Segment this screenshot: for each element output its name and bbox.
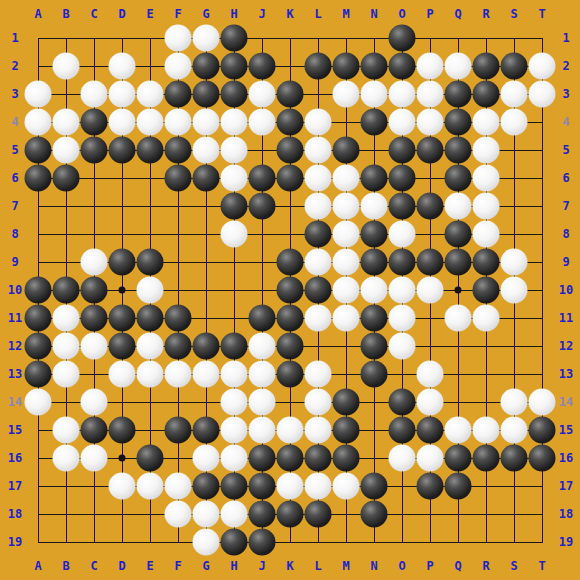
stone-black-M15[interactable] bbox=[333, 417, 360, 444]
stone-white-T14[interactable] bbox=[529, 389, 556, 416]
column-label-top-E: E bbox=[146, 8, 153, 20]
stone-black-L8[interactable] bbox=[305, 221, 332, 248]
stone-white-A4[interactable] bbox=[25, 109, 52, 136]
stone-black-F12[interactable] bbox=[165, 333, 192, 360]
row-label-left-16: 16 bbox=[8, 452, 22, 464]
stone-white-S4[interactable] bbox=[501, 109, 528, 136]
stone-white-E10[interactable] bbox=[137, 277, 164, 304]
stone-white-M8[interactable] bbox=[333, 221, 360, 248]
stone-white-J4[interactable] bbox=[249, 109, 276, 136]
stone-white-R6[interactable] bbox=[473, 165, 500, 192]
row-label-right-14: 14 bbox=[559, 396, 573, 408]
stone-white-B2[interactable] bbox=[53, 53, 80, 80]
stone-white-B5[interactable] bbox=[53, 137, 80, 164]
stone-white-E12[interactable] bbox=[137, 333, 164, 360]
row-label-left-18: 18 bbox=[8, 508, 22, 520]
stone-black-A13[interactable] bbox=[25, 361, 52, 388]
stone-white-P10[interactable] bbox=[417, 277, 444, 304]
stone-black-E9[interactable] bbox=[137, 249, 164, 276]
stone-white-L17[interactable] bbox=[305, 473, 332, 500]
row-label-left-19: 19 bbox=[8, 536, 22, 548]
stone-black-N11[interactable] bbox=[361, 305, 388, 332]
row-label-right-2: 2 bbox=[562, 60, 569, 72]
row-label-right-10: 10 bbox=[559, 284, 573, 296]
stone-black-P15[interactable] bbox=[417, 417, 444, 444]
column-label-bottom-L: L bbox=[314, 560, 321, 572]
stone-black-R3[interactable] bbox=[473, 81, 500, 108]
stone-white-L5[interactable] bbox=[305, 137, 332, 164]
stone-black-G17[interactable] bbox=[193, 473, 220, 500]
stone-black-Q17[interactable] bbox=[445, 473, 472, 500]
stone-black-G2[interactable] bbox=[193, 53, 220, 80]
row-label-left-17: 17 bbox=[8, 480, 22, 492]
stone-black-O14[interactable] bbox=[389, 389, 416, 416]
stone-black-B10[interactable] bbox=[53, 277, 80, 304]
stone-white-C12[interactable] bbox=[81, 333, 108, 360]
stone-white-D2[interactable] bbox=[109, 53, 136, 80]
stone-black-K9[interactable] bbox=[277, 249, 304, 276]
stone-black-P17[interactable] bbox=[417, 473, 444, 500]
row-label-right-9: 9 bbox=[562, 256, 569, 268]
stone-white-P3[interactable] bbox=[417, 81, 444, 108]
stone-white-J15[interactable] bbox=[249, 417, 276, 444]
stone-black-N2[interactable] bbox=[361, 53, 388, 80]
stone-black-K11[interactable] bbox=[277, 305, 304, 332]
stone-black-H12[interactable] bbox=[221, 333, 248, 360]
stone-white-L4[interactable] bbox=[305, 109, 332, 136]
stone-black-N13[interactable] bbox=[361, 361, 388, 388]
row-label-left-9: 9 bbox=[11, 256, 18, 268]
stone-black-J17[interactable] bbox=[249, 473, 276, 500]
stone-white-H16[interactable] bbox=[221, 445, 248, 472]
stone-black-J16[interactable] bbox=[249, 445, 276, 472]
grid-line-horizontal bbox=[38, 402, 543, 403]
stone-black-M16[interactable] bbox=[333, 445, 360, 472]
column-label-top-M: M bbox=[342, 8, 349, 20]
stone-white-B12[interactable] bbox=[53, 333, 80, 360]
stone-black-M2[interactable] bbox=[333, 53, 360, 80]
stone-black-T16[interactable] bbox=[529, 445, 556, 472]
stone-black-A6[interactable] bbox=[25, 165, 52, 192]
stone-black-H7[interactable] bbox=[221, 193, 248, 220]
stone-black-L18[interactable] bbox=[305, 501, 332, 528]
row-label-right-7: 7 bbox=[562, 200, 569, 212]
stone-black-K6[interactable] bbox=[277, 165, 304, 192]
stone-black-O1[interactable] bbox=[389, 25, 416, 52]
column-label-top-H: H bbox=[230, 8, 237, 20]
column-label-top-K: K bbox=[286, 8, 293, 20]
stone-black-J6[interactable] bbox=[249, 165, 276, 192]
row-label-left-2: 2 bbox=[11, 60, 18, 72]
stone-black-A5[interactable] bbox=[25, 137, 52, 164]
stone-white-A3[interactable] bbox=[25, 81, 52, 108]
stone-white-G16[interactable] bbox=[193, 445, 220, 472]
stone-white-G4[interactable] bbox=[193, 109, 220, 136]
stone-black-A10[interactable] bbox=[25, 277, 52, 304]
stone-black-N12[interactable] bbox=[361, 333, 388, 360]
stone-black-Q16[interactable] bbox=[445, 445, 472, 472]
stone-white-Q11[interactable] bbox=[445, 305, 472, 332]
row-label-right-8: 8 bbox=[562, 228, 569, 240]
stone-black-C10[interactable] bbox=[81, 277, 108, 304]
column-label-bottom-Q: Q bbox=[454, 560, 461, 572]
row-label-left-10: 10 bbox=[8, 284, 22, 296]
stone-black-K5[interactable] bbox=[277, 137, 304, 164]
row-label-left-8: 8 bbox=[11, 228, 18, 240]
stone-white-F4[interactable] bbox=[165, 109, 192, 136]
stone-white-E13[interactable] bbox=[137, 361, 164, 388]
column-label-bottom-A: A bbox=[34, 560, 41, 572]
stone-white-N10[interactable] bbox=[361, 277, 388, 304]
row-label-right-3: 3 bbox=[562, 88, 569, 100]
stone-black-A12[interactable] bbox=[25, 333, 52, 360]
stone-black-H17[interactable] bbox=[221, 473, 248, 500]
row-label-left-11: 11 bbox=[8, 312, 22, 324]
column-label-top-N: N bbox=[370, 8, 377, 20]
column-label-bottom-F: F bbox=[174, 560, 181, 572]
column-label-bottom-S: S bbox=[510, 560, 517, 572]
row-label-left-7: 7 bbox=[11, 200, 18, 212]
stone-black-P9[interactable] bbox=[417, 249, 444, 276]
row-label-right-12: 12 bbox=[559, 340, 573, 352]
stone-white-F18[interactable] bbox=[165, 501, 192, 528]
row-label-left-13: 13 bbox=[8, 368, 22, 380]
row-label-left-6: 6 bbox=[11, 172, 18, 184]
stone-white-B16[interactable] bbox=[53, 445, 80, 472]
stone-black-K16[interactable] bbox=[277, 445, 304, 472]
stone-black-R2[interactable] bbox=[473, 53, 500, 80]
stone-white-T3[interactable] bbox=[529, 81, 556, 108]
row-label-right-5: 5 bbox=[562, 144, 569, 156]
stone-white-F2[interactable] bbox=[165, 53, 192, 80]
stone-white-O12[interactable] bbox=[389, 333, 416, 360]
column-label-bottom-T: T bbox=[538, 560, 545, 572]
stone-white-K17[interactable] bbox=[277, 473, 304, 500]
stone-black-G3[interactable] bbox=[193, 81, 220, 108]
column-label-bottom-R: R bbox=[482, 560, 489, 572]
stone-black-M5[interactable] bbox=[333, 137, 360, 164]
stone-black-N4[interactable] bbox=[361, 109, 388, 136]
row-label-left-5: 5 bbox=[11, 144, 18, 156]
stone-black-O7[interactable] bbox=[389, 193, 416, 220]
stone-white-M7[interactable] bbox=[333, 193, 360, 220]
stone-white-P14[interactable] bbox=[417, 389, 444, 416]
stone-white-N3[interactable] bbox=[361, 81, 388, 108]
stone-black-G12[interactable] bbox=[193, 333, 220, 360]
column-label-top-J: J bbox=[258, 8, 265, 20]
stone-white-R5[interactable] bbox=[473, 137, 500, 164]
stone-black-S16[interactable] bbox=[501, 445, 528, 472]
stone-white-J3[interactable] bbox=[249, 81, 276, 108]
row-label-right-16: 16 bbox=[559, 452, 573, 464]
stone-white-G1[interactable] bbox=[193, 25, 220, 52]
stone-white-P2[interactable] bbox=[417, 53, 444, 80]
stone-black-N8[interactable] bbox=[361, 221, 388, 248]
stone-white-B15[interactable] bbox=[53, 417, 80, 444]
stone-black-Q4[interactable] bbox=[445, 109, 472, 136]
stone-white-D17[interactable] bbox=[109, 473, 136, 500]
stone-white-O16[interactable] bbox=[389, 445, 416, 472]
stone-white-E17[interactable] bbox=[137, 473, 164, 500]
stone-white-H4[interactable] bbox=[221, 109, 248, 136]
stone-white-R11[interactable] bbox=[473, 305, 500, 332]
row-label-left-4: 4 bbox=[11, 116, 18, 128]
stone-black-K4[interactable] bbox=[277, 109, 304, 136]
stone-black-D5[interactable] bbox=[109, 137, 136, 164]
stone-white-N7[interactable] bbox=[361, 193, 388, 220]
stone-black-K10[interactable] bbox=[277, 277, 304, 304]
stone-black-R9[interactable] bbox=[473, 249, 500, 276]
stone-black-N18[interactable] bbox=[361, 501, 388, 528]
stone-white-Q7[interactable] bbox=[445, 193, 472, 220]
stone-black-J2[interactable] bbox=[249, 53, 276, 80]
stone-black-O15[interactable] bbox=[389, 417, 416, 444]
stone-white-M11[interactable] bbox=[333, 305, 360, 332]
stone-black-F5[interactable] bbox=[165, 137, 192, 164]
stone-black-H3[interactable] bbox=[221, 81, 248, 108]
stone-black-L16[interactable] bbox=[305, 445, 332, 472]
column-label-bottom-G: G bbox=[202, 560, 209, 572]
stone-white-H18[interactable] bbox=[221, 501, 248, 528]
stone-white-D3[interactable] bbox=[109, 81, 136, 108]
star-point-D16 bbox=[119, 455, 126, 462]
stone-black-J18[interactable] bbox=[249, 501, 276, 528]
stone-white-B4[interactable] bbox=[53, 109, 80, 136]
stone-white-K15[interactable] bbox=[277, 417, 304, 444]
stone-white-C16[interactable] bbox=[81, 445, 108, 472]
stone-white-C9[interactable] bbox=[81, 249, 108, 276]
stone-white-G13[interactable] bbox=[193, 361, 220, 388]
stone-white-S9[interactable] bbox=[501, 249, 528, 276]
stone-white-L7[interactable] bbox=[305, 193, 332, 220]
column-label-bottom-O: O bbox=[398, 560, 405, 572]
row-label-right-11: 11 bbox=[559, 312, 573, 324]
stone-white-R7[interactable] bbox=[473, 193, 500, 220]
stone-white-O3[interactable] bbox=[389, 81, 416, 108]
stone-white-S14[interactable] bbox=[501, 389, 528, 416]
stone-black-K3[interactable] bbox=[277, 81, 304, 108]
stone-black-R16[interactable] bbox=[473, 445, 500, 472]
stone-white-R8[interactable] bbox=[473, 221, 500, 248]
stone-black-D12[interactable] bbox=[109, 333, 136, 360]
stone-black-D11[interactable] bbox=[109, 305, 136, 332]
stone-black-H2[interactable] bbox=[221, 53, 248, 80]
row-label-right-17: 17 bbox=[559, 480, 573, 492]
stone-white-F13[interactable] bbox=[165, 361, 192, 388]
stone-white-M9[interactable] bbox=[333, 249, 360, 276]
stone-black-F3[interactable] bbox=[165, 81, 192, 108]
stone-black-C4[interactable] bbox=[81, 109, 108, 136]
column-label-top-R: R bbox=[482, 8, 489, 20]
stone-white-H14[interactable] bbox=[221, 389, 248, 416]
stone-white-P13[interactable] bbox=[417, 361, 444, 388]
stone-black-P5[interactable] bbox=[417, 137, 444, 164]
stone-white-H6[interactable] bbox=[221, 165, 248, 192]
column-label-bottom-M: M bbox=[342, 560, 349, 572]
stone-white-D4[interactable] bbox=[109, 109, 136, 136]
stone-white-J12[interactable] bbox=[249, 333, 276, 360]
stone-white-P4[interactable] bbox=[417, 109, 444, 136]
column-label-bottom-B: B bbox=[62, 560, 69, 572]
stone-white-P16[interactable] bbox=[417, 445, 444, 472]
column-label-bottom-J: J bbox=[258, 560, 265, 572]
stone-white-M6[interactable] bbox=[333, 165, 360, 192]
row-label-left-1: 1 bbox=[11, 32, 18, 44]
stone-black-H1[interactable] bbox=[221, 25, 248, 52]
stone-white-E3[interactable] bbox=[137, 81, 164, 108]
stone-black-J11[interactable] bbox=[249, 305, 276, 332]
column-label-bottom-D: D bbox=[118, 560, 125, 572]
stone-black-S2[interactable] bbox=[501, 53, 528, 80]
stone-white-M3[interactable] bbox=[333, 81, 360, 108]
star-point-Q10 bbox=[455, 287, 462, 294]
column-label-top-B: B bbox=[62, 8, 69, 20]
row-label-right-15: 15 bbox=[559, 424, 573, 436]
stone-white-S10[interactable] bbox=[501, 277, 528, 304]
stone-white-C3[interactable] bbox=[81, 81, 108, 108]
row-label-right-19: 19 bbox=[559, 536, 573, 548]
stone-white-T2[interactable] bbox=[529, 53, 556, 80]
stone-black-G15[interactable] bbox=[193, 417, 220, 444]
stone-white-G5[interactable] bbox=[193, 137, 220, 164]
stone-black-K13[interactable] bbox=[277, 361, 304, 388]
column-label-top-G: G bbox=[202, 8, 209, 20]
row-label-right-13: 13 bbox=[559, 368, 573, 380]
row-label-right-1: 1 bbox=[562, 32, 569, 44]
stone-black-D9[interactable] bbox=[109, 249, 136, 276]
stone-white-L13[interactable] bbox=[305, 361, 332, 388]
stone-black-E11[interactable] bbox=[137, 305, 164, 332]
column-label-top-Q: Q bbox=[454, 8, 461, 20]
stone-black-C5[interactable] bbox=[81, 137, 108, 164]
column-label-bottom-H: H bbox=[230, 560, 237, 572]
stone-white-O4[interactable] bbox=[389, 109, 416, 136]
stone-black-Q3[interactable] bbox=[445, 81, 472, 108]
stone-black-M14[interactable] bbox=[333, 389, 360, 416]
stone-white-C14[interactable] bbox=[81, 389, 108, 416]
column-label-top-T: T bbox=[538, 8, 545, 20]
stone-white-M17[interactable] bbox=[333, 473, 360, 500]
stone-white-G18[interactable] bbox=[193, 501, 220, 528]
stone-white-H5[interactable] bbox=[221, 137, 248, 164]
stone-black-N6[interactable] bbox=[361, 165, 388, 192]
stone-black-Q9[interactable] bbox=[445, 249, 472, 276]
stone-white-Q2[interactable] bbox=[445, 53, 472, 80]
stone-black-A11[interactable] bbox=[25, 305, 52, 332]
stone-white-B13[interactable] bbox=[53, 361, 80, 388]
stone-black-J19[interactable] bbox=[249, 529, 276, 556]
stone-white-F1[interactable] bbox=[165, 25, 192, 52]
star-point-D10 bbox=[119, 287, 126, 294]
go-board[interactable]: AABBCCDDEEFFGGHHJJKKLLMMNNOOPPQQRRSSTT11… bbox=[0, 0, 580, 580]
column-label-top-S: S bbox=[510, 8, 517, 20]
stone-black-E16[interactable] bbox=[137, 445, 164, 472]
stone-black-O9[interactable] bbox=[389, 249, 416, 276]
stone-white-D13[interactable] bbox=[109, 361, 136, 388]
row-label-right-18: 18 bbox=[559, 508, 573, 520]
stone-black-R10[interactable] bbox=[473, 277, 500, 304]
stone-black-D15[interactable] bbox=[109, 417, 136, 444]
stone-white-F17[interactable] bbox=[165, 473, 192, 500]
stone-white-L11[interactable] bbox=[305, 305, 332, 332]
stone-black-N17[interactable] bbox=[361, 473, 388, 500]
stone-white-O11[interactable] bbox=[389, 305, 416, 332]
stone-black-C15[interactable] bbox=[81, 417, 108, 444]
stone-white-R15[interactable] bbox=[473, 417, 500, 444]
column-label-bottom-E: E bbox=[146, 560, 153, 572]
column-label-top-A: A bbox=[34, 8, 41, 20]
stone-white-Q15[interactable] bbox=[445, 417, 472, 444]
stone-white-L15[interactable] bbox=[305, 417, 332, 444]
stone-black-T15[interactable] bbox=[529, 417, 556, 444]
stone-white-J14[interactable] bbox=[249, 389, 276, 416]
stone-white-B11[interactable] bbox=[53, 305, 80, 332]
grid-line-horizontal bbox=[38, 542, 543, 543]
stone-black-K18[interactable] bbox=[277, 501, 304, 528]
stone-white-G19[interactable] bbox=[193, 529, 220, 556]
column-label-bottom-C: C bbox=[90, 560, 97, 572]
row-label-left-14: 14 bbox=[8, 396, 22, 408]
stone-white-A14[interactable] bbox=[25, 389, 52, 416]
stone-black-O6[interactable] bbox=[389, 165, 416, 192]
stone-black-J7[interactable] bbox=[249, 193, 276, 220]
stone-white-H8[interactable] bbox=[221, 221, 248, 248]
stone-black-G6[interactable] bbox=[193, 165, 220, 192]
stone-white-H15[interactable] bbox=[221, 417, 248, 444]
row-label-right-6: 6 bbox=[562, 172, 569, 184]
stone-white-O10[interactable] bbox=[389, 277, 416, 304]
column-label-bottom-K: K bbox=[286, 560, 293, 572]
stone-black-K12[interactable] bbox=[277, 333, 304, 360]
stone-black-P7[interactable] bbox=[417, 193, 444, 220]
stone-black-F15[interactable] bbox=[165, 417, 192, 444]
stone-black-O2[interactable] bbox=[389, 53, 416, 80]
row-label-left-3: 3 bbox=[11, 88, 18, 100]
stone-black-N9[interactable] bbox=[361, 249, 388, 276]
column-label-top-O: O bbox=[398, 8, 405, 20]
stone-black-Q8[interactable] bbox=[445, 221, 472, 248]
stone-black-Q6[interactable] bbox=[445, 165, 472, 192]
row-label-right-4: 4 bbox=[562, 116, 569, 128]
stone-white-L9[interactable] bbox=[305, 249, 332, 276]
stone-white-R4[interactable] bbox=[473, 109, 500, 136]
stone-white-M10[interactable] bbox=[333, 277, 360, 304]
stone-black-B6[interactable] bbox=[53, 165, 80, 192]
stone-black-Q5[interactable] bbox=[445, 137, 472, 164]
stone-black-F11[interactable] bbox=[165, 305, 192, 332]
row-label-left-15: 15 bbox=[8, 424, 22, 436]
stone-white-E4[interactable] bbox=[137, 109, 164, 136]
stone-white-S15[interactable] bbox=[501, 417, 528, 444]
stone-white-H13[interactable] bbox=[221, 361, 248, 388]
stone-black-L2[interactable] bbox=[305, 53, 332, 80]
stone-white-J13[interactable] bbox=[249, 361, 276, 388]
column-label-top-D: D bbox=[118, 8, 125, 20]
stone-black-L10[interactable] bbox=[305, 277, 332, 304]
stone-white-O8[interactable] bbox=[389, 221, 416, 248]
stone-black-F6[interactable] bbox=[165, 165, 192, 192]
column-label-bottom-N: N bbox=[370, 560, 377, 572]
stone-black-O5[interactable] bbox=[389, 137, 416, 164]
stone-white-L6[interactable] bbox=[305, 165, 332, 192]
column-label-top-L: L bbox=[314, 8, 321, 20]
stone-white-S3[interactable] bbox=[501, 81, 528, 108]
stone-black-C11[interactable] bbox=[81, 305, 108, 332]
stone-black-H19[interactable] bbox=[221, 529, 248, 556]
column-label-top-F: F bbox=[174, 8, 181, 20]
stone-white-L14[interactable] bbox=[305, 389, 332, 416]
stone-black-E5[interactable] bbox=[137, 137, 164, 164]
